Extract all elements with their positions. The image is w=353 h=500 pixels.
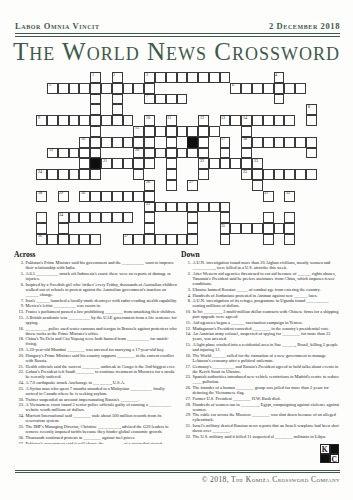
grid-cell[interactable]: [306, 137, 317, 148]
grid-cell[interactable]: [79, 158, 90, 169]
empty-cell: [69, 126, 80, 137]
grid-cell[interactable]: [90, 94, 101, 105]
grid-cell[interactable]: [263, 137, 274, 148]
grid-cell[interactable]: [166, 137, 177, 148]
empty-cell: [306, 202, 317, 213]
grid-cell[interactable]: 1: [90, 72, 101, 83]
empty-cell: [123, 126, 134, 137]
grid-cell[interactable]: [69, 83, 80, 94]
grid-cell[interactable]: [241, 158, 252, 169]
clue-item-number: 12.: [181, 325, 191, 330]
grid-cell[interactable]: [252, 169, 263, 180]
grid-cell[interactable]: [252, 115, 263, 126]
grid-cell[interactable]: [58, 169, 69, 180]
clue-number: 9: [38, 116, 47, 120]
grid-cell[interactable]: [263, 169, 274, 180]
grid-cell[interactable]: [101, 137, 112, 148]
grid-cell[interactable]: [144, 223, 155, 234]
empty-cell: [198, 234, 209, 245]
clue-item: 34.Marriott International said ________ …: [14, 413, 178, 423]
grid-cell[interactable]: [69, 115, 80, 126]
empty-cell: [295, 191, 306, 202]
empty-cell: [112, 202, 123, 213]
grid-cell[interactable]: [284, 212, 295, 223]
grid-cell[interactable]: [198, 126, 209, 137]
grid-cell[interactable]: 6: [230, 83, 241, 94]
grid-cell[interactable]: [198, 137, 209, 148]
grid-cell[interactable]: [123, 83, 134, 94]
grid-cell[interactable]: 13: [220, 115, 231, 126]
clue-item-text: Hundreds of women ran in ________, Egypt…: [193, 401, 342, 411]
grid-cell[interactable]: [79, 212, 90, 223]
grid-cell[interactable]: [187, 72, 198, 83]
empty-cell: [263, 94, 274, 105]
grid-cell[interactable]: [58, 115, 69, 126]
grid-cell[interactable]: 23: [252, 158, 263, 169]
logo-letter-cell: C: [330, 454, 340, 464]
grid-cell[interactable]: [252, 137, 263, 148]
grid-cell[interactable]: 5: [47, 83, 58, 94]
grid-cell[interactable]: [155, 148, 166, 159]
clue-number: 26: [146, 180, 155, 184]
clue-item-number: 29.: [181, 412, 191, 422]
empty-cell: [101, 72, 112, 83]
clue-number: 28: [38, 191, 47, 195]
empty-cell: [69, 94, 80, 105]
empty-cell: [112, 148, 123, 159]
grid-cell[interactable]: [133, 158, 144, 169]
grid-cell[interactable]: [220, 72, 231, 83]
grid-cell[interactable]: [241, 83, 252, 94]
grid-cell[interactable]: [177, 148, 188, 159]
clue-item-number: 10.: [181, 309, 191, 319]
grid-cell[interactable]: [112, 83, 123, 94]
grid-cell[interactable]: [123, 158, 134, 169]
clue-item-number: 36.: [14, 435, 24, 440]
grid-cell[interactable]: 32: [284, 191, 295, 202]
grid-cell[interactable]: [47, 115, 58, 126]
empty-cell: [101, 202, 112, 213]
publisher-logo: KC: [320, 444, 339, 463]
grid-cell[interactable]: [166, 169, 177, 180]
grid-cell[interactable]: [112, 137, 123, 148]
empty-cell: [112, 180, 123, 191]
empty-cell: [101, 94, 112, 105]
clue-item-text: A 20-year-old Mumbai ________ was arrest…: [26, 347, 179, 352]
grid-cell[interactable]: [79, 148, 90, 159]
empty-cell: [209, 169, 220, 180]
grid-cell[interactable]: [220, 202, 231, 213]
grid-cell[interactable]: [284, 169, 295, 180]
grid-cell[interactable]: [241, 148, 252, 159]
empty-cell: [241, 180, 252, 191]
grid-cell[interactable]: 33: [144, 202, 155, 213]
grid-cell[interactable]: [263, 83, 274, 94]
empty-cell: [230, 148, 241, 159]
grid-cell[interactable]: 7: [144, 94, 155, 105]
grid-cell[interactable]: [177, 94, 188, 105]
grid-cell[interactable]: 25: [241, 169, 252, 180]
grid-cell[interactable]: 12: [198, 115, 209, 126]
grid-cell[interactable]: [209, 126, 220, 137]
grid-cell[interactable]: [79, 115, 90, 126]
grid-cell[interactable]: [284, 223, 295, 234]
grid-cell[interactable]: [284, 115, 295, 126]
grid-cell[interactable]: [155, 126, 166, 137]
grid-cell[interactable]: [90, 104, 101, 115]
grid-cell[interactable]: [155, 94, 166, 105]
grid-cell[interactable]: [209, 72, 220, 83]
grid-cell[interactable]: [123, 137, 134, 148]
empty-cell: [112, 126, 123, 137]
clue-item-number: 3.: [14, 260, 24, 270]
grid-cell[interactable]: [263, 223, 274, 234]
grid-cell[interactable]: [144, 148, 155, 159]
masthead-rule: [15, 33, 340, 37]
empty-cell: [123, 72, 134, 83]
empty-cell: [241, 104, 252, 115]
grid-cell[interactable]: [58, 223, 69, 234]
grid-cell[interactable]: [155, 234, 166, 245]
grid-cell[interactable]: [166, 202, 177, 213]
grid-cell[interactable]: [263, 212, 274, 223]
grid-cell[interactable]: [90, 126, 101, 137]
empty-cell: [274, 104, 285, 115]
black-cell: [90, 158, 101, 169]
grid-cell[interactable]: [241, 223, 252, 234]
grid-cell[interactable]: 15: [133, 126, 144, 137]
grid-cell[interactable]: [166, 180, 177, 191]
grid-cell[interactable]: [133, 83, 144, 94]
grid-cell[interactable]: [198, 72, 209, 83]
grid-cell[interactable]: [187, 234, 198, 245]
empty-cell: [252, 148, 263, 159]
grid-cell[interactable]: 2: [112, 72, 123, 83]
grid-cell[interactable]: [79, 169, 90, 180]
grid-cell[interactable]: [79, 83, 90, 94]
empty-cell: [112, 169, 123, 180]
clue-number: 34: [59, 213, 68, 217]
empty-cell: [47, 126, 58, 137]
clue-number: 27: [189, 180, 198, 184]
grid-cell[interactable]: 18: [241, 137, 252, 148]
clue-item-number: 31.: [181, 423, 191, 433]
clue-item: 28.Hundreds of women ran in ________, Eg…: [181, 401, 341, 411]
empty-cell: [36, 94, 47, 105]
grid-cell[interactable]: [101, 83, 112, 94]
empty-cell: [295, 104, 306, 115]
empty-cell: [252, 94, 263, 105]
grid-cell[interactable]: [187, 126, 198, 137]
empty-cell: [112, 223, 123, 234]
empty-cell: [47, 94, 58, 105]
grid-cell[interactable]: 17: [220, 137, 231, 148]
empty-cell: [306, 158, 317, 169]
grid-cell[interactable]: [90, 169, 101, 180]
logo-letter-cell: K: [320, 444, 330, 454]
clue-number: 22: [200, 159, 209, 163]
grid-cell[interactable]: [274, 115, 285, 126]
grid-cell[interactable]: 27: [187, 180, 198, 191]
clue-item: 11.Aid agencies began a ______ vaccinati…: [181, 320, 341, 325]
grid-cell[interactable]: [263, 234, 274, 245]
grid-cell[interactable]: [144, 234, 155, 245]
grid-cell[interactable]: 28: [36, 191, 47, 202]
clue-item: 2.After Western aid agencies threatened …: [181, 271, 341, 286]
grid-cell[interactable]: 34: [58, 212, 69, 223]
grid-cell[interactable]: [90, 234, 101, 245]
empty-cell: [263, 104, 274, 115]
grid-cell[interactable]: [220, 148, 231, 159]
grid-cell[interactable]: [90, 212, 101, 223]
grid-cell[interactable]: [69, 148, 80, 159]
clue-item-number: 6.: [14, 282, 24, 297]
grid-cell[interactable]: [112, 212, 123, 223]
empty-cell: [155, 191, 166, 202]
empty-cell: [69, 202, 80, 213]
grid-cell[interactable]: [133, 234, 144, 245]
grid-cell[interactable]: [47, 234, 58, 245]
grid-cell[interactable]: [187, 148, 198, 159]
empty-cell: [177, 83, 188, 94]
grid-cell[interactable]: [69, 234, 80, 245]
grid-cell[interactable]: [112, 191, 123, 202]
grid-cell[interactable]: [177, 126, 188, 137]
clue-item-text: Pakistan's government said it will charg…: [26, 440, 179, 444]
grid-cell[interactable]: [36, 212, 47, 223]
empty-cell: [209, 191, 220, 202]
grid-cell[interactable]: [284, 83, 295, 94]
grid-cell[interactable]: [220, 234, 231, 245]
grid-cell[interactable]: 30: [79, 191, 90, 202]
empty-cell: [69, 104, 80, 115]
grid-cell[interactable]: [177, 72, 188, 83]
grid-cell[interactable]: 3: [144, 72, 155, 83]
grid-cell[interactable]: [187, 223, 198, 234]
empty-cell: [155, 104, 166, 115]
empty-cell: [79, 223, 90, 234]
empty-cell: [79, 126, 90, 137]
grid-cell[interactable]: [220, 158, 231, 169]
grid-cell[interactable]: 29: [58, 191, 69, 202]
empty-cell: [220, 180, 231, 191]
grid-cell[interactable]: [274, 83, 285, 94]
grid-cell[interactable]: [133, 169, 144, 180]
grid-cell[interactable]: 9: [36, 115, 47, 126]
grid-cell[interactable]: [123, 191, 134, 202]
grid-cell[interactable]: [133, 137, 144, 148]
clue-item-text: An Austrian army colonel, suspected of s…: [193, 331, 342, 341]
grid-cell[interactable]: [241, 126, 252, 137]
empty-cell: [47, 191, 58, 202]
grid-cell[interactable]: [166, 234, 177, 245]
grid-cell[interactable]: [274, 169, 285, 180]
grid-cell[interactable]: [306, 169, 317, 180]
grid-cell[interactable]: [284, 234, 295, 245]
clue-item: 8.A U.N. investigation of its refugee pr…: [181, 298, 341, 308]
grid-cell[interactable]: [90, 148, 101, 159]
grid-cell[interactable]: [112, 158, 123, 169]
empty-cell: [58, 202, 69, 213]
grid-cell[interactable]: [166, 158, 177, 169]
grid-cell[interactable]: [101, 191, 112, 202]
empty-cell: [252, 126, 263, 137]
grid-cell[interactable]: [295, 137, 306, 148]
grid-cell[interactable]: 35: [220, 223, 231, 234]
grid-cell[interactable]: 22: [198, 158, 209, 169]
grid-cell[interactable]: [220, 212, 231, 223]
grid-cell[interactable]: [133, 191, 144, 202]
grid-cell[interactable]: [101, 212, 112, 223]
clue-item-text: Spanish authorities introduced new vehic…: [193, 374, 342, 384]
grid-cell[interactable]: [252, 223, 263, 234]
grid-cell[interactable]: [209, 158, 220, 169]
grid-cell[interactable]: [274, 137, 285, 148]
grid-cell[interactable]: [295, 83, 306, 94]
grid-cell[interactable]: 19: [47, 148, 58, 159]
grid-cell[interactable]: 31: [263, 191, 274, 202]
grid-cell[interactable]: 21: [101, 158, 112, 169]
clue-number: 19: [49, 148, 58, 152]
clue-number: 37: [124, 234, 133, 238]
grid-cell[interactable]: [177, 234, 188, 245]
empty-cell: [306, 212, 317, 223]
grid-cell[interactable]: [306, 148, 317, 159]
motto: Labor Omnia Vincit: [15, 21, 100, 31]
grid-cell[interactable]: 8: [306, 104, 317, 115]
grid-cell[interactable]: [295, 169, 306, 180]
grid-cell[interactable]: [69, 212, 80, 223]
logo-black-cell: [330, 444, 340, 454]
grid-cell[interactable]: [263, 115, 274, 126]
grid-cell[interactable]: [166, 148, 177, 159]
grid-cell[interactable]: [101, 115, 112, 126]
grid-cell[interactable]: [47, 169, 58, 180]
grid-cell[interactable]: 26: [144, 180, 155, 191]
grid-cell[interactable]: [274, 94, 285, 105]
masthead: Labor Omnia Vincit 2 December 2018: [15, 21, 340, 31]
grid-cell[interactable]: [90, 83, 101, 94]
grid-cell[interactable]: [144, 212, 155, 223]
empty-cell: [230, 126, 241, 137]
grid-cell[interactable]: 16: [79, 137, 90, 148]
grid-cell[interactable]: 37: [123, 234, 134, 245]
grid-cell[interactable]: [155, 72, 166, 83]
empty-cell: [112, 234, 123, 245]
clue-item: 1.A U.N. investigation found more than 2…: [181, 260, 341, 270]
grid-cell[interactable]: [230, 158, 241, 169]
grid-cell[interactable]: [58, 83, 69, 94]
grid-cell[interactable]: [58, 148, 69, 159]
grid-cell[interactable]: 10: [144, 115, 155, 126]
across-header: Across: [14, 250, 178, 259]
grid-cell[interactable]: [112, 115, 123, 126]
grid-cell[interactable]: 11: [166, 115, 177, 126]
grid-cell[interactable]: [166, 94, 177, 105]
empty-cell: [47, 137, 58, 148]
grid-cell[interactable]: [112, 104, 123, 115]
empty-cell: [263, 126, 274, 137]
empty-cell: [133, 212, 144, 223]
empty-cell: [306, 234, 317, 245]
grid-cell[interactable]: [177, 202, 188, 213]
empty-cell: [241, 212, 252, 223]
grid-cell[interactable]: [198, 202, 209, 213]
grid-cell[interactable]: [252, 83, 263, 94]
clue-item: 19.A 20-year-old Mumbai ________ was arr…: [14, 347, 178, 352]
grid-cell[interactable]: 36: [36, 234, 47, 245]
clue-item: 37.Pakistan's government said it will ch…: [14, 440, 178, 444]
grid-cell[interactable]: [112, 94, 123, 105]
grid-cell[interactable]: [144, 137, 155, 148]
grid-cell[interactable]: [123, 212, 134, 223]
grid-cell[interactable]: [90, 191, 101, 202]
grid-cell[interactable]: [198, 169, 209, 180]
grid-cell[interactable]: [123, 115, 134, 126]
grid-cell[interactable]: [144, 191, 155, 202]
grid-cell[interactable]: [230, 223, 241, 234]
grid-cell[interactable]: [209, 202, 220, 213]
empty-cell: [101, 180, 112, 191]
grid-cell[interactable]: [79, 234, 90, 245]
grid-cell[interactable]: [252, 180, 263, 191]
grid-cell[interactable]: 24: [36, 169, 47, 180]
grid-cell[interactable]: [198, 148, 209, 159]
empty-cell: [230, 72, 241, 83]
empty-cell: [306, 180, 317, 191]
grid-cell[interactable]: [187, 212, 198, 223]
grid-cell[interactable]: [155, 202, 166, 213]
empty-cell: [220, 191, 231, 202]
grid-cell[interactable]: [58, 234, 69, 245]
empty-cell: [79, 104, 90, 115]
grid-cell[interactable]: 20: [133, 148, 144, 159]
grid-cell[interactable]: [144, 126, 155, 137]
clue-number: 31: [264, 191, 273, 195]
clue-item-text: France's parliament passed a law prohibi…: [26, 309, 179, 314]
grid-cell[interactable]: [230, 115, 241, 126]
grid-cell[interactable]: [166, 72, 177, 83]
empty-cell: [284, 158, 295, 169]
grid-cell[interactable]: 4: [274, 72, 285, 83]
grid-cell[interactable]: [284, 137, 295, 148]
grid-cell[interactable]: 14: [241, 115, 252, 126]
grid-cell[interactable]: [144, 158, 155, 169]
clue-number: 21: [103, 159, 112, 163]
clue-item-number: 16.: [14, 325, 24, 335]
empty-cell: [144, 169, 155, 180]
empty-cell: [133, 94, 144, 105]
grid-cell[interactable]: [187, 202, 198, 213]
empty-cell: [274, 148, 285, 159]
grid-cell[interactable]: [69, 169, 80, 180]
empty-cell: [166, 83, 177, 94]
grid-cell[interactable]: [274, 223, 285, 234]
clue-number: 36: [38, 234, 47, 238]
empty-cell: [36, 137, 47, 148]
grid-cell[interactable]: [90, 115, 101, 126]
grid-cell[interactable]: [144, 83, 155, 94]
empty-cell: [90, 180, 101, 191]
grid-cell[interactable]: [306, 115, 317, 126]
empty-cell: [47, 202, 58, 213]
grid-cell[interactable]: [166, 126, 177, 137]
clue-number: 1: [92, 73, 101, 77]
empty-cell: [274, 126, 285, 137]
grid-cell[interactable]: [90, 137, 101, 148]
empty-cell: [101, 223, 112, 234]
grid-cell[interactable]: [36, 223, 47, 234]
